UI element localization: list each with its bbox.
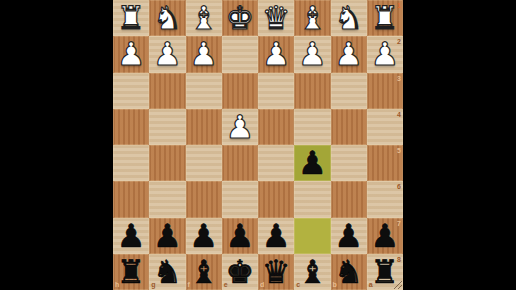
square-c6[interactable] [294,181,330,217]
white-knight[interactable]: ♞ [334,2,363,34]
square-b6[interactable] [331,181,367,217]
white-bishop[interactable]: ♝ [189,2,218,34]
square-a7[interactable]: ♟7 [367,218,403,254]
file-label-c: c [296,281,300,288]
square-e3[interactable] [222,73,258,109]
square-a1[interactable]: ♜1 [367,0,403,36]
board: ♜♞♝♚♛♝♞♜1♟♟♟♟♟♟♟23♟4♟56♟♟♟♟♟♟♟7♜h♞g♝f♚e♛… [113,0,403,290]
white-rook[interactable]: ♜ [117,2,146,34]
white-rook[interactable]: ♜ [371,2,400,34]
square-h7[interactable]: ♟ [113,218,149,254]
file-label-h: h [115,281,119,288]
square-d6[interactable] [258,181,294,217]
square-d8[interactable]: ♛d [258,254,294,290]
black-pawn[interactable]: ♟ [117,220,146,252]
square-b8[interactable]: ♞b [331,254,367,290]
white-pawn[interactable]: ♟ [189,38,218,70]
white-pawn[interactable]: ♟ [334,38,363,70]
square-a5[interactable]: 5 [367,145,403,181]
black-pawn[interactable]: ♟ [262,220,291,252]
black-pawn[interactable]: ♟ [371,220,400,252]
square-d1[interactable]: ♛ [258,0,294,36]
rank-label-6: 6 [397,183,401,190]
square-b4[interactable] [331,109,367,145]
white-pawn[interactable]: ♟ [226,111,255,143]
square-e5[interactable] [222,145,258,181]
square-g2[interactable]: ♟ [149,36,185,72]
square-c8[interactable]: ♝c [294,254,330,290]
square-f4[interactable] [186,109,222,145]
square-g8[interactable]: ♞g [149,254,185,290]
white-king[interactable]: ♚ [226,2,255,34]
white-queen[interactable]: ♛ [262,2,291,34]
square-h8[interactable]: ♜h [113,254,149,290]
square-c4[interactable] [294,109,330,145]
square-f5[interactable] [186,145,222,181]
square-g3[interactable] [149,73,185,109]
square-b5[interactable] [331,145,367,181]
square-g4[interactable] [149,109,185,145]
square-c2[interactable]: ♟ [294,36,330,72]
square-g1[interactable]: ♞ [149,0,185,36]
square-c3[interactable] [294,73,330,109]
rank-label-5: 5 [397,147,401,154]
square-e4[interactable]: ♟ [222,109,258,145]
black-pawn[interactable]: ♟ [153,220,182,252]
white-bishop[interactable]: ♝ [298,2,327,34]
black-bishop[interactable]: ♝ [298,256,327,288]
white-pawn[interactable]: ♟ [117,38,146,70]
square-h1[interactable]: ♜ [113,0,149,36]
white-pawn[interactable]: ♟ [153,38,182,70]
square-h4[interactable] [113,109,149,145]
square-e1[interactable]: ♚ [222,0,258,36]
black-bishop[interactable]: ♝ [189,256,218,288]
file-label-a: a [369,281,373,288]
square-f2[interactable]: ♟ [186,36,222,72]
square-h6[interactable] [113,181,149,217]
square-g7[interactable]: ♟ [149,218,185,254]
square-a2[interactable]: ♟2 [367,36,403,72]
black-knight[interactable]: ♞ [153,256,182,288]
square-f3[interactable] [186,73,222,109]
rank-label-7: 7 [397,220,401,227]
black-knight[interactable]: ♞ [334,256,363,288]
square-g6[interactable] [149,181,185,217]
square-a3[interactable]: 3 [367,73,403,109]
black-pawn[interactable]: ♟ [189,220,218,252]
black-rook[interactable]: ♜ [371,256,400,288]
square-d7[interactable]: ♟ [258,218,294,254]
square-b1[interactable]: ♞ [331,0,367,36]
square-a4[interactable]: 4 [367,109,403,145]
rank-label-1: 1 [397,2,401,9]
app-background: ♜♞♝♚♛♝♞♜1♟♟♟♟♟♟♟23♟4♟56♟♟♟♟♟♟♟7♜h♞g♝f♚e♛… [0,0,516,290]
black-pawn[interactable]: ♟ [298,147,327,179]
black-queen[interactable]: ♛ [262,256,291,288]
square-f1[interactable]: ♝ [186,0,222,36]
white-pawn[interactable]: ♟ [298,38,327,70]
square-e6[interactable] [222,181,258,217]
square-c7[interactable] [294,218,330,254]
square-d3[interactable] [258,73,294,109]
black-rook[interactable]: ♜ [117,256,146,288]
black-pawn[interactable]: ♟ [226,220,255,252]
square-b7[interactable]: ♟ [331,218,367,254]
square-h3[interactable] [113,73,149,109]
square-f7[interactable]: ♟ [186,218,222,254]
square-c5[interactable]: ♟ [294,145,330,181]
file-label-g: g [151,281,155,288]
file-label-f: f [188,281,190,288]
file-label-d: d [260,281,264,288]
square-e7[interactable]: ♟ [222,218,258,254]
file-label-e: e [224,281,228,288]
square-d2[interactable]: ♟ [258,36,294,72]
square-b2[interactable]: ♟ [331,36,367,72]
white-knight[interactable]: ♞ [153,2,182,34]
square-c1[interactable]: ♝ [294,0,330,36]
white-pawn[interactable]: ♟ [371,38,400,70]
white-pawn[interactable]: ♟ [262,38,291,70]
square-f6[interactable] [186,181,222,217]
black-pawn[interactable]: ♟ [334,220,363,252]
rank-label-2: 2 [397,38,401,45]
file-label-b: b [333,281,337,288]
square-g5[interactable] [149,145,185,181]
square-h5[interactable] [113,145,149,181]
rank-label-4: 4 [397,111,401,118]
rank-label-3: 3 [397,75,401,82]
rank-label-8: 8 [397,256,401,263]
square-a6[interactable]: 6 [367,181,403,217]
square-d5[interactable] [258,145,294,181]
square-h2[interactable]: ♟ [113,36,149,72]
black-king[interactable]: ♚ [226,256,255,288]
square-f8[interactable]: ♝f [186,254,222,290]
square-b3[interactable] [331,73,367,109]
square-e8[interactable]: ♚e [222,254,258,290]
square-e2[interactable] [222,36,258,72]
square-d4[interactable] [258,109,294,145]
